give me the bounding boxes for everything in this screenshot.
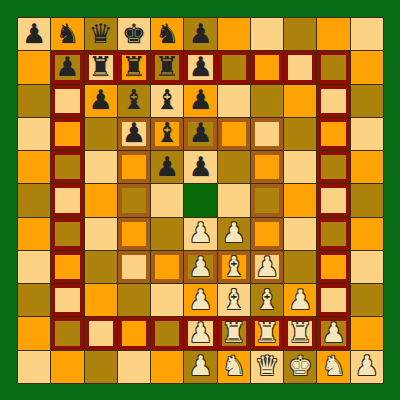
board-cell[interactable] (351, 251, 383, 283)
board-cell[interactable]: ♝ (151, 118, 183, 150)
board-cell[interactable] (218, 151, 250, 183)
board-cell[interactable] (85, 118, 117, 150)
board-cell[interactable] (85, 218, 117, 250)
board-cell[interactable] (18, 51, 50, 83)
white-rook-piece[interactable]: ♜ (288, 319, 312, 346)
board-cell[interactable] (85, 184, 117, 216)
board-cell[interactable]: ♟ (317, 317, 349, 349)
black-bishop-piece[interactable]: ♝ (122, 86, 146, 113)
board-cell[interactable] (51, 351, 83, 383)
board-cell[interactable] (218, 85, 250, 117)
board-cell[interactable] (18, 284, 50, 316)
board-cell[interactable] (151, 351, 183, 383)
board-cell[interactable] (118, 218, 150, 250)
board-cell[interactable]: ♝ (251, 284, 283, 316)
white-knight-piece[interactable]: ♞ (321, 352, 345, 379)
black-queen-piece[interactable]: ♛ (89, 20, 113, 47)
board-cell[interactable]: ♟ (18, 18, 50, 50)
board-cell[interactable]: ♟ (218, 218, 250, 250)
board-cell[interactable] (351, 151, 383, 183)
board-cell[interactable]: ♛ (85, 18, 117, 50)
board-cell[interactable] (351, 218, 383, 250)
board-cell[interactable]: ♜ (118, 51, 150, 83)
black-pawn-piece[interactable]: ♟ (188, 20, 212, 47)
board-cell[interactable] (85, 251, 117, 283)
board-cell[interactable] (351, 85, 383, 117)
board-cell[interactable]: ♝ (218, 284, 250, 316)
board-cell[interactable] (151, 251, 183, 283)
black-pawn-piece[interactable]: ♟ (188, 53, 212, 80)
board-cell[interactable] (151, 284, 183, 316)
white-pawn-piece[interactable]: ♟ (188, 352, 212, 379)
board-cell[interactable] (351, 18, 383, 50)
black-bishop-piece[interactable]: ♝ (155, 86, 179, 113)
white-bishop-piece[interactable]: ♝ (222, 253, 246, 280)
black-pawn-piece[interactable]: ♟ (155, 153, 179, 180)
board-cell[interactable]: ♜ (85, 51, 117, 83)
game-background: ♟♞♛♚♞♟♟♜♜♜♟♟♝♝♟♟♝♟♟♟♟♟♟♝♟♟♝♝♟♟♜♜♜♟♟♞♛♚♞♟ (0, 0, 400, 400)
board-cell[interactable] (218, 184, 250, 216)
board-cell[interactable]: ♟ (184, 85, 216, 117)
board-cell[interactable]: ♟ (184, 284, 216, 316)
board-cell[interactable] (351, 118, 383, 150)
board-cell[interactable]: ♟ (184, 218, 216, 250)
white-pawn-piece[interactable]: ♟ (222, 219, 246, 246)
board-cell[interactable] (18, 351, 50, 383)
white-queen-piece[interactable]: ♛ (255, 352, 279, 379)
board-cell[interactable] (284, 151, 316, 183)
center-square[interactable] (184, 184, 216, 216)
black-pawn-piece[interactable]: ♟ (55, 53, 79, 80)
white-rook-piece[interactable]: ♜ (222, 319, 246, 346)
board-cell[interactable]: ♝ (118, 85, 150, 117)
board-cell[interactable]: ♞ (51, 18, 83, 50)
board-cell[interactable] (284, 251, 316, 283)
black-rook-piece[interactable]: ♜ (122, 53, 146, 80)
board-cell[interactable] (151, 218, 183, 250)
board-cell[interactable] (51, 284, 83, 316)
white-bishop-piece[interactable]: ♝ (222, 286, 246, 313)
board-cell[interactable] (317, 151, 349, 183)
board-cell[interactable] (85, 351, 117, 383)
chessboard: ♟♞♛♚♞♟♟♜♜♜♟♟♝♝♟♟♝♟♟♟♟♟♟♝♟♟♝♝♟♟♜♜♜♟♟♞♛♚♞♟ (17, 17, 384, 384)
board-cell[interactable]: ♞ (218, 351, 250, 383)
board-cell[interactable]: ♟ (85, 85, 117, 117)
board-cell[interactable] (85, 317, 117, 349)
board-cell[interactable] (118, 317, 150, 349)
board-cell[interactable]: ♜ (284, 317, 316, 349)
white-pawn-piece[interactable]: ♟ (188, 286, 212, 313)
board-cell[interactable]: ♟ (184, 18, 216, 50)
board-cell[interactable] (351, 317, 383, 349)
board-cell[interactable]: ♞ (317, 351, 349, 383)
white-king-piece[interactable]: ♚ (288, 352, 312, 379)
board-cell[interactable] (284, 85, 316, 117)
board-cell[interactable] (85, 284, 117, 316)
board-cell[interactable] (218, 18, 250, 50)
black-pawn-piece[interactable]: ♟ (188, 119, 212, 146)
board-cell[interactable]: ♟ (151, 151, 183, 183)
white-pawn-piece[interactable]: ♟ (188, 253, 212, 280)
board-cell[interactable] (51, 251, 83, 283)
board-cell[interactable] (351, 284, 383, 316)
board-cell[interactable]: ♟ (118, 118, 150, 150)
white-pawn-piece[interactable]: ♟ (321, 319, 345, 346)
board-cell[interactable] (85, 151, 117, 183)
board-cell[interactable] (351, 51, 383, 83)
white-pawn-piece[interactable]: ♟ (355, 352, 379, 379)
board-cell[interactable] (18, 184, 50, 216)
board-cell[interactable] (251, 18, 283, 50)
board-cell[interactable] (18, 118, 50, 150)
board-cell[interactable] (51, 85, 83, 117)
board-cell[interactable] (51, 118, 83, 150)
board-cell[interactable] (118, 184, 150, 216)
board-cell[interactable] (51, 151, 83, 183)
board-cell[interactable] (51, 184, 83, 216)
board-cell[interactable] (284, 218, 316, 250)
board-cell[interactable] (251, 218, 283, 250)
board-cell[interactable] (118, 284, 150, 316)
board-cell[interactable] (351, 184, 383, 216)
black-rook-piece[interactable]: ♜ (155, 53, 179, 80)
board-cell[interactable] (317, 85, 349, 117)
board-cell[interactable] (284, 184, 316, 216)
board-cell[interactable] (218, 118, 250, 150)
white-rook-piece[interactable]: ♜ (255, 319, 279, 346)
board-cell[interactable] (317, 184, 349, 216)
board-cell[interactable]: ♟ (184, 317, 216, 349)
board-cell[interactable]: ♛ (251, 351, 283, 383)
board-cell[interactable] (151, 184, 183, 216)
board-cell[interactable] (317, 251, 349, 283)
board-cell[interactable]: ♞ (151, 18, 183, 50)
board-cell[interactable]: ♟ (184, 151, 216, 183)
board-cell[interactable]: ♜ (218, 317, 250, 349)
board-cell[interactable]: ♝ (151, 85, 183, 117)
board-cell[interactable] (218, 51, 250, 83)
board-cell[interactable]: ♟ (51, 51, 83, 83)
board-cell[interactable] (284, 51, 316, 83)
board-cell[interactable] (18, 218, 50, 250)
board-cell[interactable] (251, 51, 283, 83)
board-cell[interactable]: ♜ (151, 51, 183, 83)
board-cell[interactable] (251, 85, 283, 117)
board-cell[interactable] (251, 184, 283, 216)
white-pawn-piece[interactable]: ♟ (255, 253, 279, 280)
board-cell[interactable] (118, 351, 150, 383)
board-cell[interactable] (251, 118, 283, 150)
black-pawn-piece[interactable]: ♟ (188, 153, 212, 180)
board-cell[interactable] (51, 218, 83, 250)
board-cell[interactable]: ♚ (118, 18, 150, 50)
board-cell[interactable]: ♟ (184, 51, 216, 83)
black-pawn-piece[interactable]: ♟ (188, 86, 212, 113)
black-king-piece[interactable]: ♚ (122, 20, 146, 47)
board-cell[interactable] (317, 18, 349, 50)
board-cell[interactable] (51, 317, 83, 349)
board-cell[interactable]: ♟ (351, 351, 383, 383)
board-cell[interactable]: ♟ (184, 118, 216, 150)
board-cell[interactable] (118, 251, 150, 283)
board-cell[interactable]: ♚ (284, 351, 316, 383)
white-pawn-piece[interactable]: ♟ (188, 319, 212, 346)
board-cell[interactable] (118, 151, 150, 183)
black-pawn-piece[interactable]: ♟ (89, 86, 113, 113)
board-cell[interactable] (317, 118, 349, 150)
board-cell[interactable] (317, 284, 349, 316)
board-cell[interactable] (284, 118, 316, 150)
board-cell[interactable]: ♟ (184, 251, 216, 283)
board-cell[interactable] (317, 218, 349, 250)
black-knight-piece[interactable]: ♞ (155, 20, 179, 47)
board-cell[interactable]: ♟ (284, 284, 316, 316)
board-cell[interactable]: ♝ (218, 251, 250, 283)
board-cell[interactable] (18, 151, 50, 183)
board-cell[interactable] (317, 51, 349, 83)
board-cell[interactable] (18, 317, 50, 349)
board-cell[interactable] (151, 317, 183, 349)
white-knight-piece[interactable]: ♞ (222, 352, 246, 379)
black-pawn-piece[interactable]: ♟ (22, 20, 46, 47)
board-cell[interactable] (284, 18, 316, 50)
board-cell[interactable]: ♟ (251, 251, 283, 283)
white-pawn-piece[interactable]: ♟ (288, 286, 312, 313)
board-cell[interactable]: ♟ (184, 351, 216, 383)
board-cell[interactable] (251, 151, 283, 183)
black-rook-piece[interactable]: ♜ (89, 53, 113, 80)
black-knight-piece[interactable]: ♞ (55, 20, 79, 47)
board-cell[interactable]: ♜ (251, 317, 283, 349)
board-cell[interactable] (18, 85, 50, 117)
white-pawn-piece[interactable]: ♟ (188, 219, 212, 246)
black-pawn-piece[interactable]: ♟ (122, 119, 146, 146)
white-bishop-piece[interactable]: ♝ (255, 286, 279, 313)
black-bishop-piece[interactable]: ♝ (155, 119, 179, 146)
board-cell[interactable] (18, 251, 50, 283)
